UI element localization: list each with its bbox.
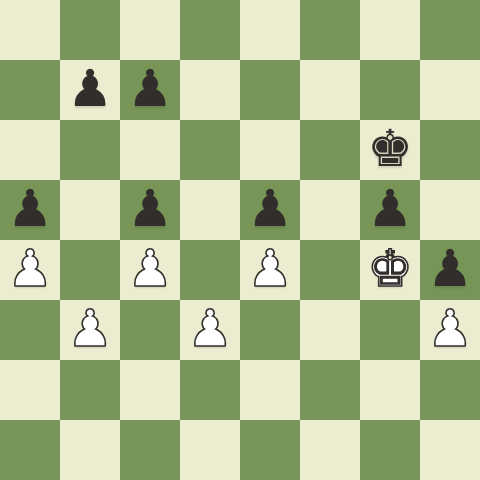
square-f7[interactable] (300, 60, 360, 120)
square-f8[interactable] (300, 0, 360, 60)
square-d3[interactable]: ♟ (180, 300, 240, 360)
square-f5[interactable] (300, 180, 360, 240)
square-e4[interactable]: ♟ (240, 240, 300, 300)
square-b3[interactable]: ♟ (60, 300, 120, 360)
white-pawn[interactable]: ♟ (67, 303, 113, 354)
square-a6[interactable] (0, 120, 60, 180)
square-g5[interactable]: ♟ (360, 180, 420, 240)
black-pawn[interactable]: ♟ (127, 183, 173, 234)
square-d2[interactable] (180, 360, 240, 420)
square-a2[interactable] (0, 360, 60, 420)
square-d6[interactable] (180, 120, 240, 180)
square-g1[interactable] (360, 420, 420, 480)
square-e5[interactable]: ♟ (240, 180, 300, 240)
black-pawn[interactable]: ♟ (67, 63, 113, 114)
square-b6[interactable] (60, 120, 120, 180)
square-e3[interactable] (240, 300, 300, 360)
square-h5[interactable] (420, 180, 480, 240)
square-e1[interactable] (240, 420, 300, 480)
white-pawn[interactable]: ♟ (247, 243, 293, 294)
square-f1[interactable] (300, 420, 360, 480)
square-c8[interactable] (120, 0, 180, 60)
black-pawn[interactable]: ♟ (367, 183, 413, 234)
square-d5[interactable] (180, 180, 240, 240)
square-f3[interactable] (300, 300, 360, 360)
square-b5[interactable] (60, 180, 120, 240)
square-d1[interactable] (180, 420, 240, 480)
square-f6[interactable] (300, 120, 360, 180)
square-b8[interactable] (60, 0, 120, 60)
square-a3[interactable] (0, 300, 60, 360)
square-a4[interactable]: ♟ (0, 240, 60, 300)
square-d4[interactable] (180, 240, 240, 300)
white-pawn[interactable]: ♟ (427, 303, 473, 354)
black-pawn[interactable]: ♟ (427, 243, 473, 294)
black-pawn[interactable]: ♟ (247, 183, 293, 234)
square-c7[interactable]: ♟ (120, 60, 180, 120)
square-a5[interactable]: ♟ (0, 180, 60, 240)
square-e8[interactable] (240, 0, 300, 60)
square-g3[interactable] (360, 300, 420, 360)
square-g7[interactable] (360, 60, 420, 120)
square-c3[interactable] (120, 300, 180, 360)
square-h4[interactable]: ♟ (420, 240, 480, 300)
square-f4[interactable] (300, 240, 360, 300)
white-pawn[interactable]: ♟ (7, 243, 53, 294)
square-h1[interactable] (420, 420, 480, 480)
square-a7[interactable] (0, 60, 60, 120)
square-h7[interactable] (420, 60, 480, 120)
square-h8[interactable] (420, 0, 480, 60)
square-a1[interactable] (0, 420, 60, 480)
square-f2[interactable] (300, 360, 360, 420)
square-g6[interactable]: ♚ (360, 120, 420, 180)
square-c1[interactable] (120, 420, 180, 480)
black-pawn[interactable]: ♟ (127, 63, 173, 114)
chess-board: ♟♟♚♟♟♟♟♟♟♟♚♟♟♟♟ (0, 0, 480, 480)
square-h6[interactable] (420, 120, 480, 180)
square-d8[interactable] (180, 0, 240, 60)
square-g4[interactable]: ♚ (360, 240, 420, 300)
square-c6[interactable] (120, 120, 180, 180)
square-e2[interactable] (240, 360, 300, 420)
square-b1[interactable] (60, 420, 120, 480)
square-e6[interactable] (240, 120, 300, 180)
square-c5[interactable]: ♟ (120, 180, 180, 240)
white-pawn[interactable]: ♟ (127, 243, 173, 294)
square-g8[interactable] (360, 0, 420, 60)
square-h3[interactable]: ♟ (420, 300, 480, 360)
white-pawn[interactable]: ♟ (187, 303, 233, 354)
square-a8[interactable] (0, 0, 60, 60)
square-c2[interactable] (120, 360, 180, 420)
square-c4[interactable]: ♟ (120, 240, 180, 300)
square-g2[interactable] (360, 360, 420, 420)
square-b4[interactable] (60, 240, 120, 300)
square-b7[interactable]: ♟ (60, 60, 120, 120)
black-pawn[interactable]: ♟ (7, 183, 53, 234)
square-d7[interactable] (180, 60, 240, 120)
square-b2[interactable] (60, 360, 120, 420)
white-king[interactable]: ♚ (367, 243, 413, 294)
black-king[interactable]: ♚ (367, 123, 413, 174)
square-e7[interactable] (240, 60, 300, 120)
square-h2[interactable] (420, 360, 480, 420)
